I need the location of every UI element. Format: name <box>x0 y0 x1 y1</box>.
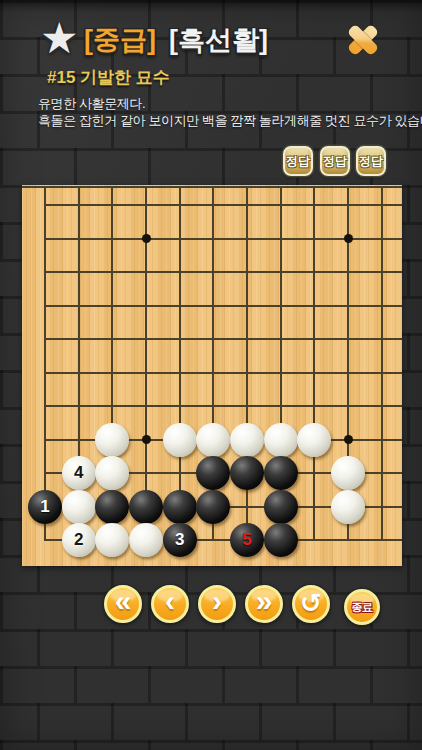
board-grid-hline <box>44 305 402 307</box>
go-board[interactable]: 41235 <box>22 185 402 566</box>
favorite-star-icon[interactable]: ★ <box>40 17 79 60</box>
stone-white-B1: 2 <box>62 523 96 557</box>
stone-white-C4 <box>95 423 129 457</box>
stone-white-K2 <box>331 490 365 524</box>
star-point <box>344 234 353 243</box>
stone-white-K3 <box>331 456 365 490</box>
stone-black-A2: 1 <box>28 490 62 524</box>
stone-white-B2 <box>62 490 96 524</box>
stone-white-C3 <box>95 456 129 490</box>
star-point <box>344 435 353 444</box>
stone-white-E4 <box>163 423 197 457</box>
stone-move-label: 5 <box>242 530 251 550</box>
chevron-left-icon: ‹ <box>165 586 175 616</box>
stone-black-H2 <box>264 490 298 524</box>
close-icon[interactable] <box>339 16 387 64</box>
stone-white-H4 <box>264 423 298 457</box>
nav-restart-button[interactable]: ↺ <box>292 585 330 623</box>
app-screen: ★ [중급] [흑선활] #15 기발한 묘수 유명한 사활문제다. 흑돌은 잡… <box>0 0 422 750</box>
stone-black-E1: 3 <box>163 523 197 557</box>
board-grid-hline <box>44 204 402 206</box>
stone-black-E2 <box>163 490 197 524</box>
star-point <box>142 234 151 243</box>
stone-black-F3 <box>196 456 230 490</box>
stone-black-H3 <box>264 456 298 490</box>
stone-white-C1 <box>95 523 129 557</box>
stone-move-label: 2 <box>74 530 83 550</box>
board-grid-hline <box>44 338 402 340</box>
stone-white-G4 <box>230 423 264 457</box>
board-grid-vline <box>179 187 181 541</box>
board-grid-vline <box>381 187 383 541</box>
double-chevron-left-icon: « <box>115 586 132 616</box>
stone-move-label: 3 <box>175 530 184 550</box>
stone-black-G3 <box>230 456 264 490</box>
restart-icon: ↺ <box>300 588 322 618</box>
nav-last-button[interactable]: » <box>245 585 283 623</box>
stone-black-G1: 5 <box>230 523 264 557</box>
stone-move-label: 1 <box>40 497 49 517</box>
board-grid-hline <box>44 405 402 407</box>
stone-black-C2 <box>95 490 129 524</box>
stone-black-D2 <box>129 490 163 524</box>
stone-white-J4 <box>297 423 331 457</box>
board-grid-hline <box>44 372 402 374</box>
answer-button-1[interactable]: 정답 <box>283 146 313 176</box>
nav-first-button[interactable]: « <box>104 585 142 623</box>
stone-move-label: 4 <box>74 463 83 483</box>
difficulty-level-label: [중급] <box>84 22 156 58</box>
stone-black-F2 <box>196 490 230 524</box>
stone-black-H1 <box>264 523 298 557</box>
stone-white-D1 <box>129 523 163 557</box>
problem-description-line2: 흑돌은 잡힌거 같아 보이지만 백을 깜짝 놀라게해줄 멋진 묘수가 있습니다. <box>38 112 422 130</box>
nav-prev-button[interactable]: ‹ <box>151 585 189 623</box>
board-grid-vline <box>313 187 315 541</box>
chevron-right-icon: › <box>212 586 222 616</box>
stone-white-B3: 4 <box>62 456 96 490</box>
star-point <box>142 435 151 444</box>
problem-title: #15 기발한 묘수 <box>47 66 170 89</box>
double-chevron-right-icon: » <box>256 586 273 616</box>
problem-description-line1: 유명한 사활문제다. <box>38 95 145 113</box>
end-button[interactable]: 종료 <box>344 589 380 625</box>
board-grid-hline <box>44 271 402 273</box>
answer-button-3[interactable]: 정답 <box>356 146 386 176</box>
nav-next-button[interactable]: › <box>198 585 236 623</box>
end-button-label: 종료 <box>352 600 373 615</box>
answer-button-2[interactable]: 정답 <box>320 146 350 176</box>
problem-type-label: [흑선활] <box>169 22 268 58</box>
board-grid-vline <box>44 187 46 541</box>
stone-white-F4 <box>196 423 230 457</box>
